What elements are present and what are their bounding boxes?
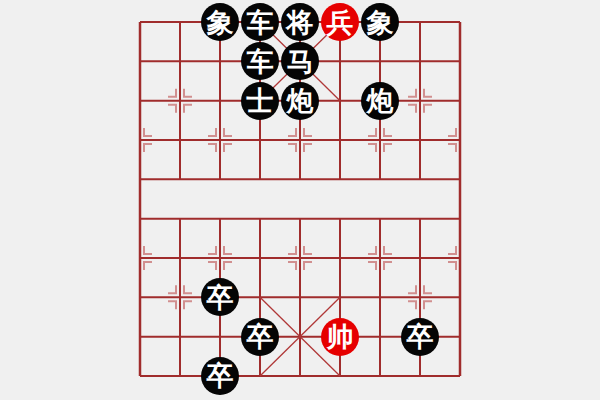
piece-black-soldier-4[interactable]: 卒 (201, 357, 239, 395)
piece-black-soldier-2[interactable]: 卒 (241, 318, 279, 356)
piece-black-soldier-1[interactable]: 卒 (201, 278, 239, 316)
screenshot-root: 象车将兵象车马士炮炮卒卒帅卒卒 (0, 0, 600, 400)
piece-black-horse[interactable]: 马 (281, 42, 319, 80)
piece-red-soldier[interactable]: 兵 (321, 3, 359, 41)
piece-black-cannon-2[interactable]: 炮 (361, 82, 399, 120)
piece-black-general[interactable]: 将 (281, 3, 319, 41)
piece-black-advisor[interactable]: 士 (241, 82, 279, 120)
piece-black-elephant-2[interactable]: 象 (361, 3, 399, 41)
xiangqi-board: 象车将兵象车马士炮炮卒卒帅卒卒 (0, 0, 600, 400)
piece-red-general[interactable]: 帅 (321, 318, 359, 356)
piece-black-chariot-1[interactable]: 车 (241, 3, 279, 41)
piece-black-soldier-3[interactable]: 卒 (401, 318, 439, 356)
piece-black-cannon-1[interactable]: 炮 (281, 82, 319, 120)
pieces-layer: 象车将兵象车马士炮炮卒卒帅卒卒 (0, 0, 600, 400)
piece-black-chariot-2[interactable]: 车 (241, 42, 279, 80)
piece-black-elephant-1[interactable]: 象 (201, 3, 239, 41)
